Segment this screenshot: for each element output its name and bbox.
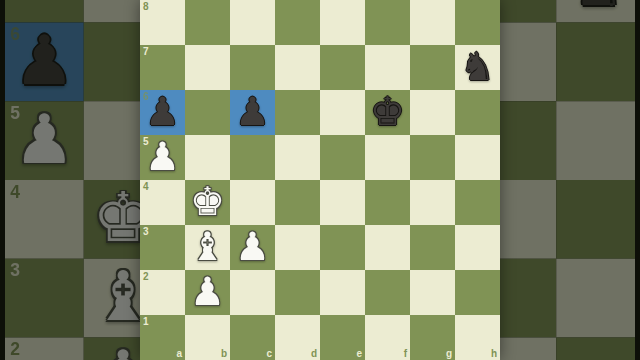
square-a1[interactable]: 1a [140, 315, 185, 360]
file-label-d: d [311, 348, 317, 359]
piece-black-pawn[interactable]: ♟ [230, 90, 275, 135]
square-e1[interactable]: e [320, 315, 365, 360]
square-c3[interactable]: ♟ [230, 225, 275, 270]
rank-label-8: 8 [143, 1, 149, 12]
square-a4[interactable]: 4 [140, 180, 185, 225]
square-g7[interactable] [410, 45, 455, 90]
square-g3[interactable] [410, 225, 455, 270]
square-h4[interactable] [455, 180, 500, 225]
file-label-b: b [221, 348, 227, 359]
rank-label-4: 4 [143, 181, 149, 192]
file-label-f: f [404, 348, 407, 359]
square-h6[interactable] [455, 90, 500, 135]
square-d8[interactable] [275, 0, 320, 45]
rank-label-3: 3 [143, 226, 149, 237]
square-a5[interactable]: 5♟ [140, 135, 185, 180]
square-f5[interactable] [365, 135, 410, 180]
square-d2[interactable] [275, 270, 320, 315]
piece-white-pawn[interactable]: ♟ [140, 135, 185, 180]
square-a6[interactable]: 6♟ [140, 90, 185, 135]
square-a7[interactable]: 7 [140, 45, 185, 90]
square-d6[interactable] [275, 90, 320, 135]
square-b6[interactable] [185, 90, 230, 135]
square-b1[interactable]: b [185, 315, 230, 360]
square-c4[interactable] [230, 180, 275, 225]
square-b3[interactable]: ♝ [185, 225, 230, 270]
square-e4[interactable] [320, 180, 365, 225]
square-d3[interactable] [275, 225, 320, 270]
square-e3[interactable] [320, 225, 365, 270]
square-f8[interactable] [365, 0, 410, 45]
square-h8[interactable] [455, 0, 500, 45]
piece-black-pawn[interactable]: ♟ [140, 90, 185, 135]
square-e2[interactable] [320, 270, 365, 315]
rank-label-7: 7 [143, 46, 149, 57]
square-f4[interactable] [365, 180, 410, 225]
file-label-c: c [266, 348, 272, 359]
square-b5[interactable] [185, 135, 230, 180]
piece-white-pawn[interactable]: ♟ [230, 225, 275, 270]
square-b2[interactable]: ♟ [185, 270, 230, 315]
square-h5[interactable] [455, 135, 500, 180]
square-b8[interactable] [185, 0, 230, 45]
square-h2[interactable] [455, 270, 500, 315]
piece-white-king[interactable]: ♚ [185, 180, 230, 225]
square-c1[interactable]: c [230, 315, 275, 360]
file-label-e: e [356, 348, 362, 359]
piece-black-knight[interactable]: ♞ [455, 45, 500, 90]
square-d5[interactable] [275, 135, 320, 180]
square-f7[interactable] [365, 45, 410, 90]
square-g4[interactable] [410, 180, 455, 225]
rank-label-1: 1 [143, 316, 149, 327]
square-f1[interactable]: f [365, 315, 410, 360]
square-h7[interactable]: ♞ [455, 45, 500, 90]
square-h1[interactable]: h [455, 315, 500, 360]
file-label-g: g [446, 348, 452, 359]
square-b7[interactable] [185, 45, 230, 90]
square-g6[interactable] [410, 90, 455, 135]
file-label-h: h [491, 348, 497, 359]
file-label-a: a [176, 348, 182, 359]
square-g5[interactable] [410, 135, 455, 180]
square-e7[interactable] [320, 45, 365, 90]
piece-white-bishop[interactable]: ♝ [185, 225, 230, 270]
piece-white-pawn[interactable]: ♟ [185, 270, 230, 315]
square-a8[interactable]: 8 [140, 0, 185, 45]
square-f2[interactable] [365, 270, 410, 315]
square-e5[interactable] [320, 135, 365, 180]
main-board-wrapper: 87♞6♟♟♚5♟4♚3♝♟2♟1abcdefgh [140, 0, 500, 360]
square-c7[interactable] [230, 45, 275, 90]
square-g8[interactable] [410, 0, 455, 45]
square-g2[interactable] [410, 270, 455, 315]
square-b4[interactable]: ♚ [185, 180, 230, 225]
square-c2[interactable] [230, 270, 275, 315]
square-a2[interactable]: 2 [140, 270, 185, 315]
square-d1[interactable]: d [275, 315, 320, 360]
square-c8[interactable] [230, 0, 275, 45]
square-d7[interactable] [275, 45, 320, 90]
chess-board[interactable]: 87♞6♟♟♚5♟4♚3♝♟2♟1abcdefgh [140, 0, 500, 360]
square-c5[interactable] [230, 135, 275, 180]
square-h3[interactable] [455, 225, 500, 270]
square-d4[interactable] [275, 180, 320, 225]
square-f6[interactable]: ♚ [365, 90, 410, 135]
square-a3[interactable]: 3 [140, 225, 185, 270]
rank-label-2: 2 [143, 271, 149, 282]
square-c6[interactable]: ♟ [230, 90, 275, 135]
piece-black-king[interactable]: ♚ [365, 90, 410, 135]
square-g1[interactable]: g [410, 315, 455, 360]
square-e8[interactable] [320, 0, 365, 45]
square-e6[interactable] [320, 90, 365, 135]
square-f3[interactable] [365, 225, 410, 270]
